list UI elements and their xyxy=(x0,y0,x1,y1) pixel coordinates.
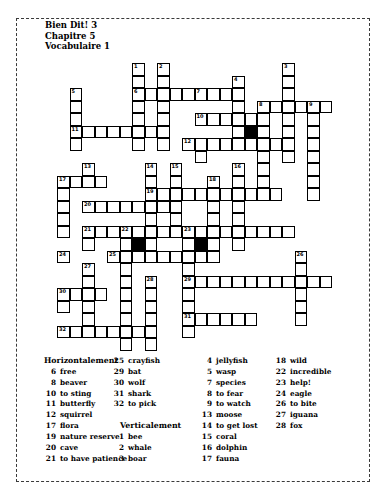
grid-cell[interactable]: 6 xyxy=(132,88,145,101)
grid-cell[interactable]: 15 xyxy=(170,163,183,176)
grid-cell[interactable] xyxy=(170,213,183,226)
grid-cell[interactable] xyxy=(307,176,320,189)
grid-cell[interactable] xyxy=(145,288,158,301)
clue-number: 27 xyxy=(270,410,286,419)
cell-number: 18 xyxy=(209,177,216,183)
grid-cell[interactable] xyxy=(182,288,195,301)
cell-number: 3 xyxy=(284,64,287,70)
grid-cell[interactable] xyxy=(232,201,245,214)
grid-cell[interactable] xyxy=(270,138,283,151)
grid-cell[interactable] xyxy=(120,288,133,301)
grid-cell[interactable] xyxy=(157,251,170,264)
grid-cell[interactable]: 12 xyxy=(182,138,195,151)
clue-number: 18 xyxy=(270,356,286,365)
clue-spacer xyxy=(112,410,181,421)
grid-cell[interactable] xyxy=(157,201,170,214)
grid-cell[interactable] xyxy=(270,188,283,201)
clue-item: 24eagle xyxy=(270,389,331,400)
grid-cell[interactable] xyxy=(182,251,195,264)
grid-cell[interactable] xyxy=(82,301,95,314)
grid-cell[interactable] xyxy=(307,188,320,201)
grid-cell[interactable] xyxy=(282,151,295,164)
grid-cell[interactable] xyxy=(107,126,120,139)
grid-cell[interactable] xyxy=(170,251,183,264)
grid-cell[interactable] xyxy=(145,126,158,139)
grid-cell[interactable] xyxy=(295,263,308,276)
grid-cell[interactable]: 23 xyxy=(182,226,195,239)
grid-cell[interactable] xyxy=(245,113,258,126)
grid-cell[interactable] xyxy=(70,101,83,114)
cell-number: 5 xyxy=(72,89,75,95)
grid-cell[interactable] xyxy=(207,88,220,101)
grid-cell[interactable] xyxy=(207,313,220,326)
grid-cell[interactable] xyxy=(245,188,258,201)
grid-cell[interactable] xyxy=(220,226,233,239)
clue-number: 28 xyxy=(270,421,286,430)
grid-cell[interactable] xyxy=(282,276,295,289)
grid-cell[interactable] xyxy=(82,176,95,189)
grid-cell[interactable] xyxy=(257,176,270,189)
grid-cell[interactable]: 4 xyxy=(232,76,245,89)
grid-cell[interactable] xyxy=(232,313,245,326)
clue-number: 30 xyxy=(112,378,124,387)
grid-cell[interactable] xyxy=(245,226,258,239)
grid-cell[interactable]: 3 xyxy=(282,63,295,76)
clue-text: bee xyxy=(128,432,142,441)
grid-cell[interactable] xyxy=(282,76,295,89)
grid-cell[interactable] xyxy=(70,113,83,126)
grid-cell[interactable]: 9 xyxy=(307,101,320,114)
cell-number: 21 xyxy=(84,227,91,233)
cell-number: 15 xyxy=(172,164,179,170)
worksheet-title: Bien Dit! 3 Chapitre 5 Vocabulaire 1 xyxy=(45,20,110,52)
grid-cell[interactable] xyxy=(57,301,70,314)
clue-item: 16dolphin xyxy=(196,443,258,454)
clue-number: 13 xyxy=(196,410,212,419)
cell-number: 17 xyxy=(59,177,66,183)
grid-cell[interactable] xyxy=(182,88,195,101)
clue-number: 8 xyxy=(196,389,212,398)
clue-text: free xyxy=(60,367,76,376)
grid-cell[interactable] xyxy=(282,126,295,139)
clue-column-down-1: 4jellyfish5wasp7species8to fear9to watch… xyxy=(196,356,258,464)
clue-text: beaver xyxy=(60,378,87,387)
grid-cell[interactable] xyxy=(57,213,70,226)
grid-cell[interactable] xyxy=(145,176,158,189)
clue-text: iguana xyxy=(290,410,318,419)
grid-cell[interactable] xyxy=(207,251,220,264)
grid-cell[interactable] xyxy=(170,226,183,239)
grid-cell[interactable] xyxy=(145,251,158,264)
grid-cell[interactable] xyxy=(220,138,233,151)
grid-cell[interactable] xyxy=(82,276,95,289)
cell-number: 1 xyxy=(134,64,137,70)
grid-cell[interactable] xyxy=(120,276,133,289)
clue-item: 15coral xyxy=(196,432,258,443)
grid-cell[interactable] xyxy=(120,301,133,314)
grid-cell[interactable] xyxy=(195,251,208,264)
grid-cell[interactable] xyxy=(145,88,158,101)
clue-text: help! xyxy=(290,378,311,387)
grid-cell[interactable] xyxy=(220,276,233,289)
grid-cell[interactable] xyxy=(145,226,158,239)
grid-cell[interactable] xyxy=(132,113,145,126)
grid-cell[interactable] xyxy=(245,313,258,326)
grid-cell[interactable]: 17 xyxy=(57,176,70,189)
grid-cell[interactable] xyxy=(57,201,70,214)
grid-cell[interactable] xyxy=(195,276,208,289)
black-cell xyxy=(245,126,258,139)
grid-cell[interactable] xyxy=(270,226,283,239)
grid-cell[interactable] xyxy=(95,326,108,339)
grid-cell[interactable] xyxy=(82,288,95,301)
clue-column-across-down: 25crayfish29bat30wolf31shark32to pickVer… xyxy=(112,356,181,464)
grid-cell[interactable] xyxy=(232,238,245,251)
grid-cell[interactable] xyxy=(57,188,70,201)
grid-cell[interactable] xyxy=(132,101,145,114)
grid-cell[interactable]: 21 xyxy=(82,226,95,239)
grid-cell[interactable] xyxy=(232,188,245,201)
grid-cell[interactable] xyxy=(157,126,170,139)
grid-cell[interactable] xyxy=(232,226,245,239)
grid-cell[interactable] xyxy=(70,326,83,339)
grid-cell[interactable] xyxy=(157,101,170,114)
grid-cell[interactable] xyxy=(145,301,158,314)
grid-cell[interactable]: 22 xyxy=(120,226,133,239)
grid-cell[interactable] xyxy=(157,138,170,151)
grid-cell[interactable]: 11 xyxy=(70,126,83,139)
clue-text: to fear xyxy=(216,389,243,398)
grid-cell[interactable] xyxy=(145,326,158,339)
grid-cell[interactable] xyxy=(232,213,245,226)
clue-item: 28fox xyxy=(270,421,331,432)
cell-number: 20 xyxy=(84,202,91,208)
grid-cell[interactable] xyxy=(157,226,170,239)
clue-list-header: Verticalement xyxy=(120,421,181,432)
cell-number: 11 xyxy=(72,127,79,133)
clue-item: 23help! xyxy=(270,378,331,389)
grid-cell[interactable] xyxy=(270,276,283,289)
grid-cell[interactable] xyxy=(145,201,158,214)
grid-cell[interactable] xyxy=(132,126,145,139)
cell-number: 7 xyxy=(197,89,200,95)
cell-number: 4 xyxy=(234,77,237,83)
grid-cell[interactable] xyxy=(120,338,133,351)
clue-item: 7species xyxy=(196,378,258,389)
clue-number: 14 xyxy=(196,421,212,430)
grid-cell[interactable] xyxy=(320,101,333,114)
grid-cell[interactable] xyxy=(257,226,270,239)
grid-cell[interactable] xyxy=(157,188,170,201)
grid-cell[interactable] xyxy=(232,101,245,114)
grid-cell[interactable] xyxy=(195,138,208,151)
grid-cell[interactable] xyxy=(145,338,158,351)
grid-cell[interactable] xyxy=(132,251,145,264)
clue-item: 2whale xyxy=(112,443,181,454)
grid-cell[interactable] xyxy=(257,126,270,139)
grid-cell[interactable]: 13 xyxy=(82,163,95,176)
worksheet-page: Bien Dit! 3 Chapitre 5 Vocabulaire 1 123… xyxy=(0,0,386,500)
grid-cell[interactable] xyxy=(145,313,158,326)
clue-text: incredible xyxy=(290,367,331,376)
clue-text: bat xyxy=(128,367,141,376)
grid-cell[interactable]: 14 xyxy=(145,163,158,176)
grid-cell[interactable]: 25 xyxy=(107,251,120,264)
grid-cell[interactable] xyxy=(295,288,308,301)
grid-cell[interactable] xyxy=(207,213,220,226)
grid-cell[interactable] xyxy=(207,201,220,214)
clue-number: 16 xyxy=(196,443,212,452)
grid-cell[interactable] xyxy=(282,101,295,114)
grid-cell[interactable] xyxy=(82,126,95,139)
grid-cell[interactable] xyxy=(145,238,158,251)
cell-number: 30 xyxy=(59,289,66,295)
clue-item: 29bat xyxy=(112,367,181,378)
grid-cell[interactable] xyxy=(120,201,133,214)
grid-cell[interactable] xyxy=(120,313,133,326)
grid-cell[interactable] xyxy=(307,126,320,139)
grid-cell[interactable] xyxy=(320,276,333,289)
clue-text: squirrel xyxy=(60,410,92,419)
clue-text: crayfish xyxy=(128,356,160,365)
grid-cell[interactable] xyxy=(220,313,233,326)
title-line-2: Chapitre 5 xyxy=(45,31,110,42)
grid-cell[interactable] xyxy=(82,238,95,251)
clue-text: nature reserve xyxy=(60,432,120,441)
grid-cell[interactable]: 27 xyxy=(82,263,95,276)
grid-cell[interactable] xyxy=(195,151,208,164)
cell-number: 32 xyxy=(59,327,66,333)
grid-cell[interactable] xyxy=(95,201,108,214)
grid-cell[interactable] xyxy=(245,138,258,151)
clue-number: 5 xyxy=(196,367,212,376)
grid-cell[interactable] xyxy=(70,288,83,301)
grid-cell[interactable] xyxy=(70,138,83,151)
clue-number: 32 xyxy=(112,399,124,408)
grid-cell[interactable] xyxy=(170,176,183,189)
clue-item: 32to pick xyxy=(112,399,181,410)
grid-cell[interactable] xyxy=(307,151,320,164)
grid-cell[interactable] xyxy=(120,263,133,276)
grid-cell[interactable] xyxy=(257,276,270,289)
grid-cell[interactable] xyxy=(195,313,208,326)
clue-number: 29 xyxy=(112,367,124,376)
grid-cell[interactable] xyxy=(95,126,108,139)
grid-cell[interactable] xyxy=(207,226,220,239)
cell-number: 28 xyxy=(147,277,154,283)
grid-cell[interactable] xyxy=(245,276,258,289)
grid-cell[interactable] xyxy=(232,113,245,126)
grid-cell[interactable] xyxy=(82,326,95,339)
clue-text: to get lost xyxy=(216,421,258,430)
grid-cell[interactable] xyxy=(282,113,295,126)
grid-cell[interactable] xyxy=(295,276,308,289)
grid-cell[interactable]: 10 xyxy=(195,113,208,126)
grid-cell[interactable]: 30 xyxy=(57,288,70,301)
clue-text: boar xyxy=(128,454,147,463)
grid-cell[interactable]: 24 xyxy=(57,251,70,264)
grid-cell[interactable] xyxy=(145,213,158,226)
clue-number: 25 xyxy=(112,356,124,365)
grid-cell[interactable] xyxy=(120,326,133,339)
grid-cell[interactable] xyxy=(195,188,208,201)
grid-cell[interactable] xyxy=(207,238,220,251)
grid-cell[interactable] xyxy=(182,188,195,201)
clue-item: 26to bite xyxy=(270,399,331,410)
clue-column-down-2: 18wild22incredible23help!24eagle26to bit… xyxy=(270,356,331,432)
grid-cell[interactable] xyxy=(282,226,295,239)
grid-cell[interactable] xyxy=(257,188,270,201)
grid-cell[interactable]: 19 xyxy=(145,188,158,201)
grid-cell[interactable]: 29 xyxy=(182,276,195,289)
grid-cell[interactable] xyxy=(307,163,320,176)
grid-cell[interactable] xyxy=(232,126,245,139)
clue-number: 2 xyxy=(112,443,124,452)
grid-cell[interactable] xyxy=(120,238,133,251)
clue-item: 18wild xyxy=(270,356,331,367)
grid-cell[interactable] xyxy=(157,88,170,101)
grid-cell[interactable] xyxy=(270,101,283,114)
grid-cell[interactable]: 26 xyxy=(295,251,308,264)
clue-item: 3boar xyxy=(112,454,181,465)
grid-cell[interactable] xyxy=(295,301,308,314)
grid-cell[interactable]: 2 xyxy=(157,63,170,76)
cell-number: 26 xyxy=(297,252,304,258)
crossword-grid: 1234567891011121314151617181920212223242… xyxy=(57,63,332,351)
grid-cell[interactable] xyxy=(132,326,145,339)
grid-cell[interactable] xyxy=(232,88,245,101)
grid-cell[interactable] xyxy=(157,76,170,89)
grid-cell[interactable] xyxy=(70,176,83,189)
grid-cell[interactable] xyxy=(107,201,120,214)
cell-number: 23 xyxy=(184,227,191,233)
grid-cell[interactable] xyxy=(95,288,108,301)
black-cell xyxy=(195,238,208,251)
clue-number: 23 xyxy=(270,378,286,387)
grid-cell[interactable] xyxy=(257,151,270,164)
cell-number: 27 xyxy=(84,264,91,270)
clue-number: 11 xyxy=(44,399,56,408)
grid-cell[interactable]: 20 xyxy=(82,201,95,214)
grid-cell[interactable]: 7 xyxy=(195,88,208,101)
cell-number: 24 xyxy=(59,252,66,258)
cell-number: 29 xyxy=(184,277,191,283)
clue-text: to pick xyxy=(128,399,156,408)
grid-cell[interactable]: 31 xyxy=(182,313,195,326)
grid-cell[interactable] xyxy=(132,201,145,214)
grid-cell[interactable] xyxy=(107,326,120,339)
clue-number: 22 xyxy=(270,367,286,376)
clue-text: fox xyxy=(290,421,302,430)
grid-cell[interactable] xyxy=(95,226,108,239)
grid-cell[interactable] xyxy=(132,76,145,89)
grid-cell[interactable] xyxy=(257,138,270,151)
cell-number: 19 xyxy=(147,189,154,195)
grid-cell[interactable] xyxy=(207,113,220,126)
grid-cell[interactable] xyxy=(132,138,145,151)
grid-cell[interactable] xyxy=(207,138,220,151)
clue-item: 4jellyfish xyxy=(196,356,258,367)
grid-cell[interactable] xyxy=(282,88,295,101)
clue-text: cave xyxy=(60,443,78,452)
clue-item: 31shark xyxy=(112,389,181,400)
grid-cell[interactable] xyxy=(95,176,108,189)
grid-cell[interactable] xyxy=(182,326,195,339)
grid-cell[interactable] xyxy=(107,226,120,239)
grid-cell[interactable]: 28 xyxy=(145,276,158,289)
clue-number: 26 xyxy=(270,399,286,408)
clue-item: 5wasp xyxy=(196,367,258,378)
grid-cell[interactable] xyxy=(82,313,95,326)
clue-number: 15 xyxy=(196,432,212,441)
grid-cell[interactable] xyxy=(120,126,133,139)
clue-text: to bite xyxy=(290,399,317,408)
grid-cell[interactable] xyxy=(307,138,320,151)
grid-cell[interactable] xyxy=(120,251,133,264)
cell-number: 6 xyxy=(134,89,137,95)
grid-cell[interactable]: 1 xyxy=(132,63,145,76)
grid-cell[interactable] xyxy=(232,138,245,151)
grid-cell[interactable] xyxy=(220,88,233,101)
clue-number: 20 xyxy=(44,443,56,452)
grid-cell[interactable]: 5 xyxy=(70,88,83,101)
grid-cell[interactable] xyxy=(57,226,70,239)
grid-cell[interactable] xyxy=(170,88,183,101)
grid-cell[interactable]: 8 xyxy=(257,101,270,114)
clue-number: 10 xyxy=(44,389,56,398)
grid-cell[interactable] xyxy=(295,313,308,326)
grid-cell[interactable] xyxy=(307,113,320,126)
grid-cell[interactable] xyxy=(295,101,308,114)
clue-text: species xyxy=(216,378,246,387)
grid-cell[interactable]: 18 xyxy=(207,176,220,189)
grid-cell[interactable] xyxy=(182,263,195,276)
grid-cell[interactable]: 16 xyxy=(232,163,245,176)
grid-cell[interactable] xyxy=(195,226,208,239)
cell-number: 2 xyxy=(159,64,162,70)
grid-cell[interactable] xyxy=(307,276,320,289)
grid-cell[interactable] xyxy=(207,276,220,289)
clue-number: 17 xyxy=(44,421,56,430)
clue-text: moose xyxy=(216,410,242,419)
grid-cell[interactable] xyxy=(232,276,245,289)
grid-cell[interactable] xyxy=(257,113,270,126)
grid-cell[interactable] xyxy=(220,188,233,201)
black-cell xyxy=(132,238,145,251)
grid-cell[interactable] xyxy=(220,113,233,126)
clue-item: 30wolf xyxy=(112,378,181,389)
clue-number: 12 xyxy=(44,410,56,419)
clue-text: flora xyxy=(60,421,79,430)
grid-cell[interactable] xyxy=(207,188,220,201)
grid-cell[interactable] xyxy=(282,138,295,151)
grid-cell[interactable] xyxy=(232,176,245,189)
grid-cell[interactable] xyxy=(257,163,270,176)
grid-cell[interactable] xyxy=(182,238,195,251)
grid-cell[interactable] xyxy=(132,226,145,239)
clue-item: 9to watch xyxy=(196,399,258,410)
clue-text: shark xyxy=(128,389,151,398)
grid-cell[interactable] xyxy=(170,201,183,214)
grid-cell[interactable]: 32 xyxy=(57,326,70,339)
grid-cell[interactable] xyxy=(182,301,195,314)
cell-number: 22 xyxy=(122,227,129,233)
clue-number: 4 xyxy=(196,356,212,365)
clue-text: eagle xyxy=(290,389,312,398)
grid-cell[interactable] xyxy=(157,113,170,126)
cell-number: 14 xyxy=(147,164,154,170)
grid-cell[interactable] xyxy=(170,188,183,201)
